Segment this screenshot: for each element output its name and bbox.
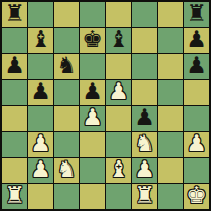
- square-e4[interactable]: [106, 106, 131, 131]
- square-f4[interactable]: ♟: [132, 106, 157, 131]
- white-king-icon: ♚: [186, 184, 207, 207]
- square-g4[interactable]: [158, 106, 183, 131]
- black-knight-icon: ♞: [56, 54, 77, 77]
- square-h2[interactable]: [184, 158, 209, 183]
- square-b4[interactable]: [28, 106, 53, 131]
- square-f8[interactable]: [132, 2, 157, 27]
- square-c4[interactable]: [54, 106, 79, 131]
- black-pawn-icon: ♟: [134, 106, 155, 129]
- square-g3[interactable]: [158, 132, 183, 157]
- square-c6[interactable]: ♞: [54, 54, 79, 79]
- square-h8[interactable]: ♜: [184, 2, 209, 27]
- chess-board-container: ♜♜♝♚♝♟♟♞♟♟♟♟♟♟♟♞♟♟♞♝♟♜♜♚: [0, 0, 211, 211]
- square-e5[interactable]: ♟: [106, 80, 131, 105]
- black-bishop-icon: ♝: [30, 28, 51, 51]
- square-d2[interactable]: [80, 158, 105, 183]
- square-e6[interactable]: [106, 54, 131, 79]
- white-rook-icon: ♜: [134, 184, 155, 207]
- square-a8[interactable]: ♜: [2, 2, 27, 27]
- white-bishop-icon: ♝: [108, 158, 129, 181]
- square-f6[interactable]: [132, 54, 157, 79]
- square-a7[interactable]: [2, 28, 27, 53]
- square-b5[interactable]: ♟: [28, 80, 53, 105]
- square-b7[interactable]: ♝: [28, 28, 53, 53]
- black-pawn-icon: ♟: [186, 28, 207, 51]
- square-e1[interactable]: [106, 184, 131, 209]
- white-pawn-icon: ♟: [82, 106, 103, 129]
- black-bishop-icon: ♝: [108, 28, 129, 51]
- white-pawn-icon: ♟: [30, 132, 51, 155]
- square-g6[interactable]: [158, 54, 183, 79]
- white-pawn-icon: ♟: [108, 80, 129, 103]
- square-f7[interactable]: [132, 28, 157, 53]
- square-c5[interactable]: [54, 80, 79, 105]
- square-f1[interactable]: ♜: [132, 184, 157, 209]
- white-pawn-icon: ♟: [30, 158, 51, 181]
- square-a6[interactable]: ♟: [2, 54, 27, 79]
- square-e7[interactable]: ♝: [106, 28, 131, 53]
- square-d5[interactable]: ♟: [80, 80, 105, 105]
- square-b2[interactable]: ♟: [28, 158, 53, 183]
- square-d8[interactable]: [80, 2, 105, 27]
- square-b6[interactable]: [28, 54, 53, 79]
- square-g5[interactable]: [158, 80, 183, 105]
- square-h7[interactable]: ♟: [184, 28, 209, 53]
- chess-board: ♜♜♝♚♝♟♟♞♟♟♟♟♟♟♟♞♟♟♞♝♟♜♜♚: [0, 0, 211, 211]
- square-a4[interactable]: [2, 106, 27, 131]
- black-pawn-icon: ♟: [82, 80, 103, 103]
- square-f5[interactable]: [132, 80, 157, 105]
- black-pawn-icon: ♟: [4, 54, 25, 77]
- square-f2[interactable]: ♟: [132, 158, 157, 183]
- black-king-icon: ♚: [82, 28, 103, 51]
- square-a5[interactable]: [2, 80, 27, 105]
- square-b1[interactable]: [28, 184, 53, 209]
- square-h4[interactable]: [184, 106, 209, 131]
- square-b8[interactable]: [28, 2, 53, 27]
- square-d1[interactable]: [80, 184, 105, 209]
- white-pawn-icon: ♟: [134, 158, 155, 181]
- square-d4[interactable]: ♟: [80, 106, 105, 131]
- square-h1[interactable]: ♚: [184, 184, 209, 209]
- square-a2[interactable]: [2, 158, 27, 183]
- white-pawn-icon: ♟: [186, 132, 207, 155]
- square-h5[interactable]: [184, 80, 209, 105]
- square-b3[interactable]: ♟: [28, 132, 53, 157]
- square-a1[interactable]: ♜: [2, 184, 27, 209]
- white-knight-icon: ♞: [134, 132, 155, 155]
- square-d6[interactable]: [80, 54, 105, 79]
- black-pawn-icon: ♟: [30, 80, 51, 103]
- square-g8[interactable]: [158, 2, 183, 27]
- square-e2[interactable]: ♝: [106, 158, 131, 183]
- square-c2[interactable]: ♞: [54, 158, 79, 183]
- white-rook-icon: ♜: [4, 184, 25, 207]
- square-g7[interactable]: [158, 28, 183, 53]
- black-rook-icon: ♜: [4, 2, 25, 25]
- square-d3[interactable]: [80, 132, 105, 157]
- square-d7[interactable]: ♚: [80, 28, 105, 53]
- square-e3[interactable]: [106, 132, 131, 157]
- square-g2[interactable]: [158, 158, 183, 183]
- black-rook-icon: ♜: [186, 2, 207, 25]
- square-h3[interactable]: ♟: [184, 132, 209, 157]
- square-a3[interactable]: [2, 132, 27, 157]
- white-knight-icon: ♞: [56, 158, 77, 181]
- square-e8[interactable]: [106, 2, 131, 27]
- square-c1[interactable]: [54, 184, 79, 209]
- square-h6[interactable]: ♟: [184, 54, 209, 79]
- square-c3[interactable]: [54, 132, 79, 157]
- square-f3[interactable]: ♞: [132, 132, 157, 157]
- black-pawn-icon: ♟: [186, 54, 207, 77]
- square-c8[interactable]: [54, 2, 79, 27]
- square-g1[interactable]: [158, 184, 183, 209]
- square-c7[interactable]: [54, 28, 79, 53]
